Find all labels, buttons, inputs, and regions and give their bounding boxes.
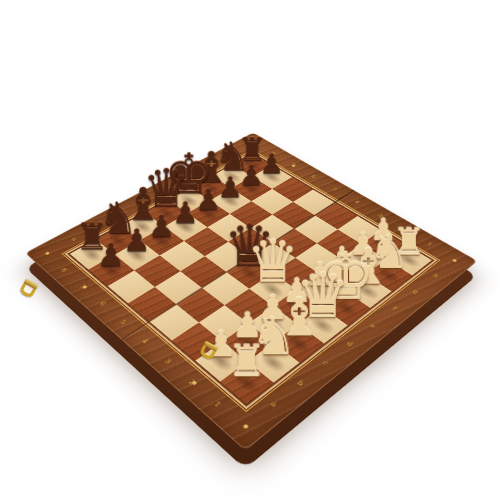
coord-file-right-f: f: [385, 302, 404, 315]
coord-rank-bottom-6: 6: [94, 298, 111, 311]
coord-rank-bottom-7: 7: [74, 281, 91, 293]
coord-file-right-g: g: [406, 285, 425, 298]
brass-dot-icon: [191, 380, 198, 385]
light-rook-glyph: ♜: [209, 341, 284, 382]
brass-dot-icon: [45, 252, 51, 256]
product-photo-chess-set: hh88gg77ff66ee55dd44cc33bb22aa11 ♜♞♝♛♚♝♞…: [0, 0, 500, 500]
coord-file-right-c: c: [316, 356, 336, 371]
coord-rank-top-6: 6: [306, 172, 321, 181]
coord-rank-top-4: 4: [349, 197, 365, 207]
coord-rank-bottom-8: 8: [56, 264, 72, 276]
coord-file-right-h: h: [426, 270, 444, 282]
folding-chessboard: hh88gg77ff66ee55dd44cc33bb22aa11 ♜♞♝♛♚♝♞…: [25, 132, 478, 450]
dark-pawn-glyph: ♟: [79, 240, 144, 270]
coord-rank-bottom-2: 2: [182, 374, 202, 390]
coord-rank-bottom-3: 3: [158, 354, 177, 369]
coord-file-right-b: b: [290, 375, 310, 391]
coord-file-right-a: a: [264, 396, 285, 413]
brass-dot-icon: [82, 285, 88, 289]
coord-rank-bottom-4: 4: [136, 334, 154, 348]
brass-dot-icon: [452, 259, 458, 263]
coord-rank-top-5: 5: [327, 185, 343, 194]
coord-file-right-e: e: [363, 319, 382, 333]
coord-rank-bottom-5: 5: [114, 315, 132, 329]
pieces-layer: ♜♞♝♛♚♝♞♜♟♟♟♟♟♟♟♟♛♛♟♟♟♟♟♟♟♟♜♞♝♛♚♝♞♜: [70, 154, 432, 404]
coord-rank-bottom-1: 1: [207, 396, 227, 413]
coord-file-right-d: d: [340, 337, 360, 352]
board-walnut-frame: hh88gg77ff66ee55dd44cc33bb22aa11 ♜♞♝♛♚♝♞…: [25, 132, 478, 450]
brass-dot-icon: [242, 424, 249, 430]
perspective-scene: hh88gg77ff66ee55dd44cc33bb22aa11 ♜♞♝♛♚♝♞…: [0, 0, 500, 500]
